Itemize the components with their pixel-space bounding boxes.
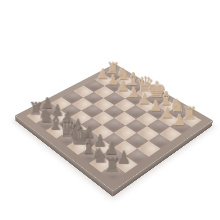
black-rook-piece[interactable]: ♜ (102, 155, 120, 175)
product-photo-scene: ♜♞♝♛♚♝♞♜♟♟♟♟♟♟♟♟♟♟♟♟♟♟♟♟♜♞♝♛♚♝♞♜ (0, 0, 220, 220)
board-grid: ♜♞♝♛♚♝♞♜♟♟♟♟♟♟♟♟♟♟♟♟♟♟♟♟♜♞♝♛♚♝♞♜ (26, 69, 201, 181)
square-b5[interactable] (72, 97, 93, 110)
chess-board: ♜♞♝♛♚♝♞♜♟♟♟♟♟♟♟♟♟♟♟♟♟♟♟♟♜♞♝♛♚♝♞♜ (15, 64, 213, 191)
white-pawn-piece[interactable]: ♟ (171, 113, 187, 129)
perspective-wrap: ♜♞♝♛♚♝♞♜♟♟♟♟♟♟♟♟♟♟♟♟♟♟♟♟♜♞♝♛♚♝♞♜ (0, 0, 220, 220)
